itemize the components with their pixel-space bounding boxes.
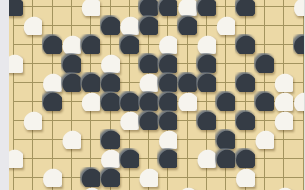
stone-black: ● bbox=[80, 72, 100, 92]
stone-black: ● bbox=[235, 34, 255, 54]
stone-black: ● bbox=[235, 72, 255, 92]
stone-black: ● bbox=[138, 110, 158, 130]
stone-black: ● bbox=[157, 91, 177, 111]
stone-black: ● bbox=[235, 148, 255, 168]
stone-black: ● bbox=[138, 0, 158, 16]
stone-white: ● bbox=[42, 72, 62, 92]
stone-white: ● bbox=[22, 15, 42, 35]
stone-black: ● bbox=[100, 167, 120, 187]
stone-white: ● bbox=[273, 91, 293, 111]
stone-black: ● bbox=[100, 129, 120, 149]
stone-white: ● bbox=[80, 0, 100, 16]
stone-white: ● bbox=[196, 34, 216, 54]
stone-black: ● bbox=[157, 110, 177, 130]
stone-black: ● bbox=[80, 34, 100, 54]
stone-black: ● bbox=[215, 148, 235, 168]
stone-black: ● bbox=[196, 0, 216, 16]
stone-black: ● bbox=[42, 91, 62, 111]
stone-white: ● bbox=[100, 148, 120, 168]
stone-black: ● bbox=[100, 91, 120, 111]
stone-black: ● bbox=[177, 72, 197, 92]
grid-line-vertical bbox=[71, 0, 72, 190]
stone-white: ● bbox=[273, 72, 293, 92]
stone-black: ● bbox=[235, 0, 255, 16]
stone-white: ● bbox=[273, 186, 293, 190]
stone-black: ● bbox=[61, 72, 81, 92]
stone-white: ● bbox=[157, 34, 177, 54]
stone-black: ● bbox=[157, 148, 177, 168]
stone-black: ● bbox=[138, 91, 158, 111]
screenshot-root: ●●●●●●●●●●●●●●●●●●●●●●●●●●●●●●●●●●●●●●●●… bbox=[0, 0, 304, 190]
app-background-strip bbox=[0, 0, 9, 190]
stone-black: ● bbox=[196, 110, 216, 130]
stone-black: ● bbox=[100, 15, 120, 35]
stone-black: ● bbox=[254, 53, 274, 73]
stone-white: ● bbox=[254, 129, 274, 149]
stone-white: ● bbox=[80, 186, 100, 190]
stone-white: ● bbox=[61, 34, 81, 54]
stone-black: ● bbox=[157, 72, 177, 92]
stone-white: ● bbox=[157, 129, 177, 149]
stone-white: ● bbox=[138, 72, 158, 92]
stone-white: ● bbox=[80, 91, 100, 111]
stone-white: ● bbox=[215, 15, 235, 35]
stone-black: ● bbox=[119, 91, 139, 111]
stone-white: ● bbox=[100, 53, 120, 73]
stone-black: ● bbox=[157, 53, 177, 73]
stone-black: ● bbox=[119, 148, 139, 168]
stone-black: ● bbox=[42, 34, 62, 54]
stone-black: ● bbox=[215, 129, 235, 149]
stone-white: ● bbox=[22, 110, 42, 130]
stone-white: ● bbox=[235, 167, 255, 187]
stone-black: ● bbox=[61, 53, 81, 73]
stone-white: ● bbox=[177, 0, 197, 16]
stone-black: ● bbox=[80, 167, 100, 187]
stone-white: ● bbox=[138, 167, 158, 187]
stone-white: ● bbox=[42, 167, 62, 187]
stone-white: ● bbox=[273, 110, 293, 130]
stone-black: ● bbox=[119, 34, 139, 54]
stone-black: ● bbox=[235, 110, 255, 130]
stone-black: ● bbox=[177, 15, 197, 35]
stone-white: ● bbox=[61, 129, 81, 149]
stone-white: ● bbox=[177, 186, 197, 190]
stone-black: ● bbox=[138, 53, 158, 73]
stone-black: ● bbox=[254, 91, 274, 111]
go-board[interactable]: ●●●●●●●●●●●●●●●●●●●●●●●●●●●●●●●●●●●●●●●●… bbox=[0, 0, 304, 190]
stone-black: ● bbox=[157, 0, 177, 16]
stone-black: ● bbox=[138, 15, 158, 35]
stone-white: ● bbox=[196, 148, 216, 168]
stone-black: ● bbox=[100, 72, 120, 92]
stone-black: ● bbox=[196, 72, 216, 92]
stone-black: ● bbox=[293, 34, 305, 54]
stone-white: ● bbox=[119, 15, 139, 35]
stone-white: ● bbox=[177, 91, 197, 111]
stone-white: ● bbox=[293, 0, 305, 16]
stone-black: ● bbox=[196, 53, 216, 73]
stone-white: ● bbox=[119, 110, 139, 130]
grid-line-horizontal bbox=[13, 25, 304, 26]
stone-white: ● bbox=[293, 91, 305, 111]
stone-black: ● bbox=[215, 91, 235, 111]
